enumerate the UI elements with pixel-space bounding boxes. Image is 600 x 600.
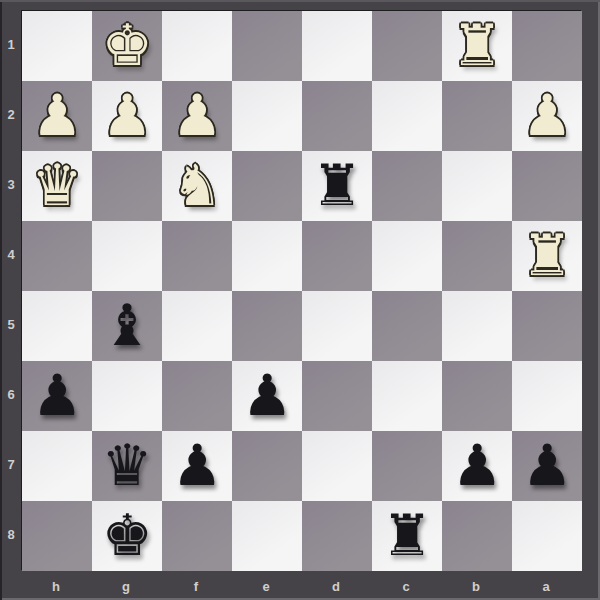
square-b6[interactable] (442, 361, 512, 431)
square-f1[interactable] (162, 11, 232, 81)
square-d5[interactable] (302, 291, 372, 361)
square-e2[interactable] (232, 81, 302, 151)
square-a7[interactable]: ♟ (512, 431, 582, 501)
square-c5[interactable] (372, 291, 442, 361)
square-c8[interactable]: ♜ (372, 501, 442, 571)
square-a1[interactable] (512, 11, 582, 81)
square-f5[interactable] (162, 291, 232, 361)
rank-label-5: 5 (2, 290, 20, 360)
square-e6[interactable]: ♟ (232, 361, 302, 431)
file-label-g: g (91, 576, 161, 598)
square-c4[interactable] (372, 221, 442, 291)
square-e1[interactable] (232, 11, 302, 81)
rank-label-4: 4 (2, 220, 20, 290)
piece-black-king[interactable]: ♚ (101, 507, 152, 564)
piece-black-pawn[interactable]: ♟ (451, 437, 502, 494)
square-a4[interactable]: ♜ (512, 221, 582, 291)
square-a3[interactable] (512, 151, 582, 221)
square-c1[interactable] (372, 11, 442, 81)
square-a2[interactable]: ♟ (512, 81, 582, 151)
square-g8[interactable]: ♚ (92, 501, 162, 571)
file-label-a: a (511, 576, 581, 598)
piece-black-pawn[interactable]: ♟ (521, 437, 572, 494)
file-label-e: e (231, 576, 301, 598)
piece-black-pawn[interactable]: ♟ (171, 437, 222, 494)
square-c6[interactable] (372, 361, 442, 431)
piece-white-pawn[interactable]: ♟ (521, 87, 572, 144)
square-g2[interactable]: ♟ (92, 81, 162, 151)
rank-label-8: 8 (2, 500, 20, 570)
piece-black-bishop[interactable]: ♝ (101, 297, 152, 354)
rank-label-7: 7 (2, 430, 20, 500)
square-g6[interactable] (92, 361, 162, 431)
square-f6[interactable] (162, 361, 232, 431)
file-label-c: c (371, 576, 441, 598)
file-label-d: d (301, 576, 371, 598)
square-d4[interactable] (302, 221, 372, 291)
piece-white-rook[interactable]: ♜ (521, 227, 572, 284)
piece-white-pawn[interactable]: ♟ (101, 87, 152, 144)
rank-label-3: 3 (2, 150, 20, 220)
square-c3[interactable] (372, 151, 442, 221)
square-f2[interactable]: ♟ (162, 81, 232, 151)
square-f8[interactable] (162, 501, 232, 571)
rank-label-2: 2 (2, 80, 20, 150)
square-e8[interactable] (232, 501, 302, 571)
square-d8[interactable] (302, 501, 372, 571)
square-h4[interactable] (22, 221, 92, 291)
square-h7[interactable] (22, 431, 92, 501)
square-d3[interactable]: ♜ (302, 151, 372, 221)
square-e4[interactable] (232, 221, 302, 291)
square-b4[interactable] (442, 221, 512, 291)
piece-black-queen[interactable]: ♛ (101, 437, 152, 494)
square-b7[interactable]: ♟ (442, 431, 512, 501)
piece-black-rook[interactable]: ♜ (381, 507, 432, 564)
square-g3[interactable] (92, 151, 162, 221)
square-d6[interactable] (302, 361, 372, 431)
piece-white-knight[interactable]: ♞ (171, 157, 222, 214)
square-g1[interactable]: ♚ (92, 11, 162, 81)
square-e7[interactable] (232, 431, 302, 501)
piece-white-pawn[interactable]: ♟ (171, 87, 222, 144)
square-g5[interactable]: ♝ (92, 291, 162, 361)
square-h6[interactable]: ♟ (22, 361, 92, 431)
square-b8[interactable] (442, 501, 512, 571)
square-d2[interactable] (302, 81, 372, 151)
square-d1[interactable] (302, 11, 372, 81)
piece-black-rook[interactable]: ♜ (311, 157, 362, 214)
piece-black-pawn[interactable]: ♟ (241, 367, 292, 424)
square-f7[interactable]: ♟ (162, 431, 232, 501)
square-f4[interactable] (162, 221, 232, 291)
rank-label-1: 1 (2, 10, 20, 80)
square-b3[interactable] (442, 151, 512, 221)
square-h1[interactable] (22, 11, 92, 81)
square-g4[interactable] (92, 221, 162, 291)
square-c7[interactable] (372, 431, 442, 501)
square-h2[interactable]: ♟ (22, 81, 92, 151)
piece-white-pawn[interactable]: ♟ (31, 87, 82, 144)
square-c2[interactable] (372, 81, 442, 151)
square-d7[interactable] (302, 431, 372, 501)
rank-label-6: 6 (2, 360, 20, 430)
square-e5[interactable] (232, 291, 302, 361)
square-h3[interactable]: ♛ (22, 151, 92, 221)
square-g7[interactable]: ♛ (92, 431, 162, 501)
square-f3[interactable]: ♞ (162, 151, 232, 221)
square-a6[interactable] (512, 361, 582, 431)
file-label-f: f (161, 576, 231, 598)
board: ♚♜♟♟♟♟♛♞♜♜♝♟♟♛♟♟♟♚♜ (21, 10, 581, 570)
square-b2[interactable] (442, 81, 512, 151)
chess-board-frame: ♚♜♟♟♟♟♛♞♜♜♝♟♟♛♟♟♟♚♜ 12345678 hgfedcba (0, 0, 600, 600)
square-b5[interactable] (442, 291, 512, 361)
piece-white-king[interactable]: ♚ (101, 17, 152, 74)
square-a5[interactable] (512, 291, 582, 361)
file-label-b: b (441, 576, 511, 598)
piece-black-pawn[interactable]: ♟ (31, 367, 82, 424)
piece-white-queen[interactable]: ♛ (31, 157, 82, 214)
file-label-h: h (21, 576, 91, 598)
square-h8[interactable] (22, 501, 92, 571)
piece-white-rook[interactable]: ♜ (451, 17, 502, 74)
square-b1[interactable]: ♜ (442, 11, 512, 81)
square-h5[interactable] (22, 291, 92, 361)
square-a8[interactable] (512, 501, 582, 571)
square-e3[interactable] (232, 151, 302, 221)
